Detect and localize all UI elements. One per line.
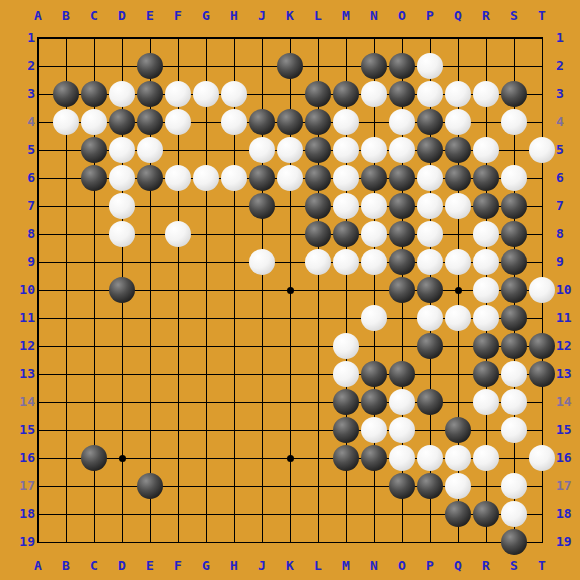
stone-black-C16	[81, 445, 107, 471]
stone-white-N3	[361, 81, 387, 107]
board-point-P12	[416, 332, 444, 360]
stone-black-S19	[501, 529, 527, 555]
stone-black-M16	[333, 445, 359, 471]
board-point-O5	[388, 136, 416, 164]
stone-black-J7	[249, 193, 275, 219]
stone-white-S15	[501, 417, 527, 443]
stone-black-N16	[361, 445, 387, 471]
stone-black-L5	[305, 137, 331, 163]
stone-white-F6	[165, 165, 191, 191]
board-point-L3	[304, 80, 332, 108]
stone-white-J9	[249, 249, 275, 275]
board-point-Q11	[444, 304, 472, 332]
column-label-Q-bottom: Q	[444, 559, 472, 573]
board-point-M9	[332, 248, 360, 276]
stone-white-P9	[417, 249, 443, 275]
board-point-M12	[332, 332, 360, 360]
board-point-O16	[388, 444, 416, 472]
row-label-12-left: 12	[7, 339, 35, 353]
stone-black-P4	[417, 109, 443, 135]
board-point-H6	[220, 164, 248, 192]
row-label-1-left: 1	[7, 31, 35, 45]
stone-white-R5	[473, 137, 499, 163]
stone-black-C5	[81, 137, 107, 163]
board-point-H3	[220, 80, 248, 108]
stone-white-N15	[361, 417, 387, 443]
stone-white-O14	[389, 389, 415, 415]
board-point-N16	[360, 444, 388, 472]
stone-white-N8	[361, 221, 387, 247]
column-label-O-bottom: O	[388, 559, 416, 573]
board-point-N7	[360, 192, 388, 220]
row-label-14-right: 14	[556, 395, 580, 409]
stone-black-E4	[137, 109, 163, 135]
board-point-S11	[500, 304, 528, 332]
board-point-C6	[80, 164, 108, 192]
stone-white-Q4	[445, 109, 471, 135]
board-point-N11	[360, 304, 388, 332]
row-label-2-right: 2	[556, 59, 580, 73]
column-label-R-top: R	[472, 9, 500, 23]
stone-white-N11	[361, 305, 387, 331]
board-point-F6	[164, 164, 192, 192]
board-point-R16	[472, 444, 500, 472]
board-point-Q4	[444, 108, 472, 136]
board-point-R9	[472, 248, 500, 276]
row-label-1-right: 1	[556, 31, 580, 45]
column-label-J-bottom: J	[248, 559, 276, 573]
stone-black-B3	[53, 81, 79, 107]
stone-black-N2	[361, 53, 387, 79]
board-point-Q5	[444, 136, 472, 164]
board-point-P5	[416, 136, 444, 164]
column-label-E-bottom: E	[136, 559, 164, 573]
board-point-K6	[276, 164, 304, 192]
stone-black-E3	[137, 81, 163, 107]
stone-white-M7	[333, 193, 359, 219]
stone-black-S11	[501, 305, 527, 331]
column-label-T-top: T	[528, 9, 556, 23]
board-point-O13	[388, 360, 416, 388]
stone-white-H3	[221, 81, 247, 107]
board-point-L8	[304, 220, 332, 248]
row-label-13-right: 13	[556, 367, 580, 381]
column-label-A-top: A	[24, 9, 52, 23]
stone-black-L8	[305, 221, 331, 247]
board-point-M6	[332, 164, 360, 192]
stone-black-R13	[473, 361, 499, 387]
stone-white-R3	[473, 81, 499, 107]
column-label-H-bottom: H	[220, 559, 248, 573]
stone-white-S4	[501, 109, 527, 135]
board-point-S4	[500, 108, 528, 136]
stone-white-P3	[417, 81, 443, 107]
stone-black-Q5	[445, 137, 471, 163]
board-point-Q15	[444, 416, 472, 444]
board-point-O17	[388, 472, 416, 500]
stone-black-S9	[501, 249, 527, 275]
stone-black-P10	[417, 277, 443, 303]
board-point-T10	[528, 276, 556, 304]
row-label-9-left: 9	[7, 255, 35, 269]
stone-black-L6	[305, 165, 331, 191]
stone-white-O16	[389, 445, 415, 471]
column-label-F-bottom: F	[164, 559, 192, 573]
board-point-N13	[360, 360, 388, 388]
stone-black-O2	[389, 53, 415, 79]
board-point-J7	[248, 192, 276, 220]
column-label-A-bottom: A	[24, 559, 52, 573]
board-point-J9	[248, 248, 276, 276]
board-point-O2	[388, 52, 416, 80]
row-label-19-right: 19	[556, 535, 580, 549]
stone-white-G6	[193, 165, 219, 191]
board-point-P6	[416, 164, 444, 192]
stone-black-N13	[361, 361, 387, 387]
stone-black-N14	[361, 389, 387, 415]
column-label-C-bottom: C	[80, 559, 108, 573]
board-point-P10	[416, 276, 444, 304]
board-point-K5	[276, 136, 304, 164]
board-point-L4	[304, 108, 332, 136]
board-point-F8	[164, 220, 192, 248]
column-label-C-top: C	[80, 9, 108, 23]
board-point-S18	[500, 500, 528, 528]
board-point-E6	[136, 164, 164, 192]
stone-white-H6	[221, 165, 247, 191]
column-label-N-bottom: N	[360, 559, 388, 573]
stone-white-J5	[249, 137, 275, 163]
column-label-S-top: S	[500, 9, 528, 23]
stone-black-O8	[389, 221, 415, 247]
board-point-S12	[500, 332, 528, 360]
stone-white-C4	[81, 109, 107, 135]
row-label-6-left: 6	[7, 171, 35, 185]
board-point-N8	[360, 220, 388, 248]
board-point-M16	[332, 444, 360, 472]
board-point-R12	[472, 332, 500, 360]
stone-white-M13	[333, 361, 359, 387]
stone-white-M9	[333, 249, 359, 275]
board-point-O4	[388, 108, 416, 136]
stone-black-K4	[277, 109, 303, 135]
board-point-R18	[472, 500, 500, 528]
stone-white-D8	[109, 221, 135, 247]
board-point-M15	[332, 416, 360, 444]
board-point-S6	[500, 164, 528, 192]
go-board[interactable]: AABBCCDDEEFFGGHHJJKKLLMMNNOOPPQQRRSSTT11…	[0, 0, 580, 580]
column-label-Q-top: Q	[444, 9, 472, 23]
board-point-P14	[416, 388, 444, 416]
column-label-G-bottom: G	[192, 559, 220, 573]
board-point-L5	[304, 136, 332, 164]
stone-white-T5	[529, 137, 555, 163]
stone-black-R6	[473, 165, 499, 191]
stone-white-Q9	[445, 249, 471, 275]
board-point-M13	[332, 360, 360, 388]
stone-black-S8	[501, 221, 527, 247]
stone-black-P5	[417, 137, 443, 163]
row-label-19-left: 19	[7, 535, 35, 549]
stone-black-R18	[473, 501, 499, 527]
stone-black-R12	[473, 333, 499, 359]
column-label-B-top: B	[52, 9, 80, 23]
stone-black-T13	[529, 361, 555, 387]
stone-white-R9	[473, 249, 499, 275]
board-point-D4	[108, 108, 136, 136]
board-point-N14	[360, 388, 388, 416]
board-point-B4	[52, 108, 80, 136]
stone-black-P17	[417, 473, 443, 499]
row-label-6-right: 6	[556, 171, 580, 185]
row-label-9-right: 9	[556, 255, 580, 269]
board-point-O3	[388, 80, 416, 108]
column-label-T-bottom: T	[528, 559, 556, 573]
column-label-J-top: J	[248, 9, 276, 23]
board-point-S8	[500, 220, 528, 248]
stone-white-M6	[333, 165, 359, 191]
stone-white-P2	[417, 53, 443, 79]
board-point-F3	[164, 80, 192, 108]
stone-black-E6	[137, 165, 163, 191]
stone-white-K6	[277, 165, 303, 191]
board-point-S15	[500, 416, 528, 444]
stone-black-O17	[389, 473, 415, 499]
board-point-G3	[192, 80, 220, 108]
stone-white-M5	[333, 137, 359, 163]
board-point-P11	[416, 304, 444, 332]
board-point-S13	[500, 360, 528, 388]
stone-white-N7	[361, 193, 387, 219]
stone-black-Q15	[445, 417, 471, 443]
board-point-N5	[360, 136, 388, 164]
board-point-C5	[80, 136, 108, 164]
stone-white-S17	[501, 473, 527, 499]
stone-black-R7	[473, 193, 499, 219]
stone-white-S6	[501, 165, 527, 191]
stone-white-O15	[389, 417, 415, 443]
stone-white-K5	[277, 137, 303, 163]
stone-black-M15	[333, 417, 359, 443]
stone-black-T12	[529, 333, 555, 359]
board-point-R13	[472, 360, 500, 388]
board-point-Q6	[444, 164, 472, 192]
row-label-16-right: 16	[556, 451, 580, 465]
stone-white-R10	[473, 277, 499, 303]
board-point-R5	[472, 136, 500, 164]
stone-white-Q7	[445, 193, 471, 219]
stone-black-L4	[305, 109, 331, 135]
column-label-E-top: E	[136, 9, 164, 23]
board-point-F4	[164, 108, 192, 136]
board-point-J4	[248, 108, 276, 136]
board-point-N3	[360, 80, 388, 108]
board-point-P16	[416, 444, 444, 472]
board-point-N9	[360, 248, 388, 276]
board-point-K4	[276, 108, 304, 136]
board-point-B3	[52, 80, 80, 108]
board-point-S14	[500, 388, 528, 416]
board-point-P17	[416, 472, 444, 500]
stone-white-D7	[109, 193, 135, 219]
board-point-J6	[248, 164, 276, 192]
stone-white-P6	[417, 165, 443, 191]
board-point-M3	[332, 80, 360, 108]
stone-white-D5	[109, 137, 135, 163]
stone-black-L7	[305, 193, 331, 219]
column-label-S-bottom: S	[500, 559, 528, 573]
stone-black-O3	[389, 81, 415, 107]
stone-white-F4	[165, 109, 191, 135]
row-label-7-left: 7	[7, 199, 35, 213]
row-label-2-left: 2	[7, 59, 35, 73]
stone-black-J6	[249, 165, 275, 191]
board-point-Q7	[444, 192, 472, 220]
board-point-P2	[416, 52, 444, 80]
board-point-L7	[304, 192, 332, 220]
board-point-E5	[136, 136, 164, 164]
board-point-P3	[416, 80, 444, 108]
column-label-H-top: H	[220, 9, 248, 23]
column-label-K-top: K	[276, 9, 304, 23]
stone-white-Q3	[445, 81, 471, 107]
row-label-4-right: 4	[556, 115, 580, 129]
row-label-3-right: 3	[556, 87, 580, 101]
stone-black-S7	[501, 193, 527, 219]
board-point-Q18	[444, 500, 472, 528]
board-point-T16	[528, 444, 556, 472]
stone-white-Q17	[445, 473, 471, 499]
board-point-S10	[500, 276, 528, 304]
board-point-D7	[108, 192, 136, 220]
stone-white-P8	[417, 221, 443, 247]
stone-black-O9	[389, 249, 415, 275]
board-point-J5	[248, 136, 276, 164]
stone-black-Q6	[445, 165, 471, 191]
board-point-D8	[108, 220, 136, 248]
board-point-E17	[136, 472, 164, 500]
board-point-S17	[500, 472, 528, 500]
row-label-5-left: 5	[7, 143, 35, 157]
board-point-T12	[528, 332, 556, 360]
row-label-8-left: 8	[7, 227, 35, 241]
row-label-3-left: 3	[7, 87, 35, 101]
row-label-4-left: 4	[7, 115, 35, 129]
column-label-M-bottom: M	[332, 559, 360, 573]
stone-black-M14	[333, 389, 359, 415]
stone-white-B4	[53, 109, 79, 135]
row-label-10-left: 10	[7, 283, 35, 297]
board-point-M5	[332, 136, 360, 164]
board-point-D3	[108, 80, 136, 108]
board-point-H4	[220, 108, 248, 136]
stone-black-D10	[109, 277, 135, 303]
stone-white-T16	[529, 445, 555, 471]
board-point-T13	[528, 360, 556, 388]
board-point-P4	[416, 108, 444, 136]
stone-white-R11	[473, 305, 499, 331]
column-label-K-bottom: K	[276, 559, 304, 573]
board-point-O7	[388, 192, 416, 220]
board-point-N6	[360, 164, 388, 192]
stone-white-P7	[417, 193, 443, 219]
stone-black-S10	[501, 277, 527, 303]
stone-white-N5	[361, 137, 387, 163]
stone-black-M8	[333, 221, 359, 247]
stone-white-P16	[417, 445, 443, 471]
board-point-M14	[332, 388, 360, 416]
stone-black-O7	[389, 193, 415, 219]
board-point-R6	[472, 164, 500, 192]
board-point-M7	[332, 192, 360, 220]
row-label-5-right: 5	[556, 143, 580, 157]
stone-white-H4	[221, 109, 247, 135]
stone-white-T10	[529, 277, 555, 303]
board-point-L9	[304, 248, 332, 276]
stone-black-E17	[137, 473, 163, 499]
row-label-17-right: 17	[556, 479, 580, 493]
board-point-E4	[136, 108, 164, 136]
board-point-O14	[388, 388, 416, 416]
stone-white-F3	[165, 81, 191, 107]
stone-black-S3	[501, 81, 527, 107]
board-point-O6	[388, 164, 416, 192]
board-point-E3	[136, 80, 164, 108]
row-label-11-left: 11	[7, 311, 35, 325]
stone-white-R14	[473, 389, 499, 415]
row-label-10-right: 10	[556, 283, 580, 297]
stone-black-O6	[389, 165, 415, 191]
column-label-B-bottom: B	[52, 559, 80, 573]
stone-white-Q16	[445, 445, 471, 471]
board-point-S19	[500, 528, 528, 556]
row-label-18-left: 18	[7, 507, 35, 521]
column-label-P-bottom: P	[416, 559, 444, 573]
board-point-R8	[472, 220, 500, 248]
board-point-C3	[80, 80, 108, 108]
stone-white-L9	[305, 249, 331, 275]
column-label-O-top: O	[388, 9, 416, 23]
column-label-F-top: F	[164, 9, 192, 23]
stone-black-C3	[81, 81, 107, 107]
stone-black-C6	[81, 165, 107, 191]
row-label-12-right: 12	[556, 339, 580, 353]
board-point-K2	[276, 52, 304, 80]
stone-white-R16	[473, 445, 499, 471]
row-label-8-right: 8	[556, 227, 580, 241]
column-label-G-top: G	[192, 9, 220, 23]
board-point-Q9	[444, 248, 472, 276]
board-point-N15	[360, 416, 388, 444]
stone-white-G3	[193, 81, 219, 107]
board-point-S3	[500, 80, 528, 108]
stone-white-N9	[361, 249, 387, 275]
board-point-L6	[304, 164, 332, 192]
board-point-O8	[388, 220, 416, 248]
board-point-Q17	[444, 472, 472, 500]
stone-white-Q11	[445, 305, 471, 331]
board-point-O10	[388, 276, 416, 304]
stone-black-N6	[361, 165, 387, 191]
stone-black-J4	[249, 109, 275, 135]
stone-white-M12	[333, 333, 359, 359]
row-label-13-left: 13	[7, 367, 35, 381]
board-point-R10	[472, 276, 500, 304]
board-point-D10	[108, 276, 136, 304]
stone-black-Q18	[445, 501, 471, 527]
board-point-P7	[416, 192, 444, 220]
board-point-T5	[528, 136, 556, 164]
